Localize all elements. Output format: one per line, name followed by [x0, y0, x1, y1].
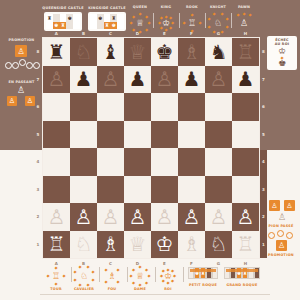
top-move-diagram-rook: ♖◆◆◆◆ROOK — [180, 11, 204, 35]
en-passant-square-left: ♙ — [7, 96, 17, 106]
top-diagram-label: PAWN — [226, 5, 262, 9]
file-label-bottom-g: G — [215, 260, 223, 266]
promotion-piece-choice-icon — [5, 62, 12, 69]
black-bishop: ♝ — [102, 42, 120, 62]
white-rook-ghost: ♖ — [237, 234, 255, 254]
move-arrow-icon: ◆ — [220, 30, 224, 34]
square-e6[interactable] — [151, 93, 178, 121]
move-arrow-icon: ◆ — [159, 26, 163, 30]
move-arrow-icon: ◆ — [160, 274, 164, 278]
move-arrow-icon: ◆ — [116, 268, 120, 272]
move-arrow-icon: ◆ — [54, 266, 58, 270]
white-pawn: ♙ — [129, 207, 147, 227]
white-pawn-ghost: ♙ — [156, 207, 174, 227]
square-f8[interactable]: ♗ — [178, 38, 205, 66]
castle-diagram-label: PETIT ROQUE — [184, 283, 222, 287]
square-c4[interactable] — [97, 148, 124, 176]
move-arrow-icon: ◆ — [104, 280, 108, 284]
move-arrow-icon: ◆ — [116, 280, 120, 284]
castle-move-band — [190, 269, 216, 272]
top-move-diagram-queen: ♕◆◆◆◆◆◆◆◆QUEEN — [128, 11, 152, 35]
square-g6[interactable] — [205, 93, 232, 121]
promotion-pawn-icon: ♙ — [15, 45, 27, 57]
bottom-move-diagram-roi: ♔◆◆◆◆◆◆◆◆ROI — [156, 264, 180, 288]
square-e3[interactable] — [151, 176, 178, 204]
square-f3[interactable] — [178, 176, 205, 204]
move-arrow-icon: ◆ — [132, 281, 136, 285]
white-pawn-ghost: ♙ — [48, 207, 66, 227]
castle-mini-square — [90, 14, 97, 22]
promotion-piece-choice-icon — [33, 62, 40, 69]
black-pawn-ghost: ♙ — [102, 69, 120, 89]
passed-pawn-square-2: ♙ — [284, 200, 295, 211]
white-pawn: ♙ — [75, 207, 93, 227]
file-label-bottom-h: H — [242, 260, 250, 266]
move-arrow-icon: ◆ — [138, 30, 142, 34]
square-b1[interactable]: ♘ — [70, 231, 97, 259]
castle-card-queenside: ♜♚♚♜ — [44, 12, 82, 31]
en-passant-square-right: ♙ — [25, 96, 35, 106]
square-f4[interactable] — [178, 148, 205, 176]
move-arrow-icon: ◆ — [248, 13, 252, 17]
castle-mini-square: ♚ — [66, 14, 73, 22]
castle-mini-square — [117, 22, 124, 30]
square-a5[interactable] — [43, 121, 70, 149]
castle-diagram-label: GRAND ROQUE — [220, 283, 264, 287]
black-king-icon: ♚ — [267, 58, 297, 68]
square-c5[interactable] — [97, 121, 124, 149]
square-c3[interactable] — [97, 176, 124, 204]
castle-mini-square — [97, 22, 104, 30]
move-arrow-icon: ◆ — [91, 278, 95, 282]
square-a2[interactable]: ♙ — [43, 203, 70, 231]
rank-label-right-1: 1 — [260, 241, 268, 247]
castle-diagram-petit-roque: ♚♜ — [188, 267, 218, 279]
chess-teacher-mat: ♜♘♝♕♚♗♞♖♙♟♙♟♙♟♙♟♙♙♙♙♙♙♙♙♖♘♗♕♔♗♘♖ AABBCCD… — [0, 0, 300, 300]
move-arrow-icon: ◆ — [91, 270, 95, 274]
top-move-diagram-pawn: ♙◆◆◆PAWN — [232, 11, 256, 35]
en-passant-pawn-icon: ♙ — [16, 85, 26, 95]
move-arrow-icon: ◆ — [225, 17, 229, 21]
move-arrow-icon: ◆ — [78, 265, 82, 269]
castle-mini-square — [46, 22, 53, 30]
top-move-diagram-knight: ♘◆◆◆◆◆◆◆◆KNIGHT — [206, 11, 230, 35]
bottom-move-diagram-cavalier: ♘◆◆◆◆◆◆◆◆CAVALIER — [72, 264, 96, 288]
square-f7[interactable]: ♟ — [178, 66, 205, 94]
square-e8[interactable]: ♚ — [151, 38, 178, 66]
move-arrow-icon: ◆ — [145, 28, 149, 32]
white-pawn-ghost: ♙ — [102, 207, 120, 227]
square-d1[interactable]: ♕ — [124, 231, 151, 259]
square-b5[interactable] — [70, 121, 97, 149]
file-label-top-b: B — [80, 30, 88, 36]
move-arrow-icon: ◆ — [236, 13, 240, 17]
file-label-bottom-f: F — [188, 260, 196, 266]
bottom-move-diagram-fou: ♗◆◆◆◆FOU — [100, 264, 124, 288]
move-arrow-icon: ◆ — [161, 269, 165, 273]
square-f2[interactable]: ♙ — [178, 203, 205, 231]
square-f5[interactable] — [178, 121, 205, 149]
knight-piece-icon: ♘ — [206, 11, 230, 35]
move-arrow-icon: ◆ — [104, 268, 108, 272]
rank-label-right-2: 2 — [260, 214, 268, 220]
promotion-choice-2 — [277, 230, 284, 237]
white-pawn-ghost: ♙ — [210, 207, 228, 227]
square-b8[interactable]: ♘ — [70, 38, 97, 66]
move-arrow-icon: ◆ — [46, 274, 50, 278]
move-arrow-icon: ◆ — [164, 15, 168, 19]
white-queen-ghost: ♕ — [129, 234, 147, 254]
square-g8[interactable]: ♞ — [205, 38, 232, 66]
move-arrow-icon: ◆ — [207, 25, 211, 29]
rank-label-left-4: 4 — [34, 159, 42, 165]
move-arrow-icon: ◆ — [166, 268, 170, 272]
white-knight: ♘ — [210, 234, 228, 254]
black-bishop-ghost: ♗ — [183, 42, 201, 62]
square-d5[interactable] — [124, 121, 151, 149]
white-king: ♔ — [156, 234, 174, 254]
passed-pawn-square-1: ♙ — [269, 200, 280, 211]
move-arrow-icon: ◆ — [147, 21, 151, 25]
move-arrow-icon: ◆ — [220, 12, 224, 16]
white-rook: ♖ — [48, 234, 66, 254]
square-b3[interactable] — [70, 176, 97, 204]
rank-label-left-8: 8 — [34, 49, 42, 55]
move-arrow-icon: ◆ — [138, 265, 142, 269]
en-passant-label-left: EN PASSANT — [1, 80, 42, 84]
square-h4[interactable] — [232, 148, 259, 176]
move-arrow-icon: ◆ — [138, 12, 142, 16]
square-e4[interactable] — [151, 148, 178, 176]
square-e2[interactable]: ♙ — [151, 203, 178, 231]
black-rook-ghost: ♖ — [237, 42, 255, 62]
square-b6[interactable] — [70, 93, 97, 121]
mat-fold-line — [40, 294, 270, 295]
move-arrow-icon: ◆ — [132, 15, 136, 19]
castle-mini-square: ♜ — [46, 14, 53, 22]
black-pawn-ghost: ♙ — [210, 69, 228, 89]
square-b7[interactable]: ♟ — [70, 66, 97, 94]
square-d4[interactable] — [124, 148, 151, 176]
castle-mini-square — [104, 14, 111, 22]
move-arrow-icon: ◆ — [129, 21, 133, 25]
move-arrow-icon: ◆ — [158, 21, 162, 25]
square-b2[interactable]: ♙ — [70, 203, 97, 231]
move-arrow-icon: ◆ — [190, 29, 194, 33]
rank-label-right-4: 4 — [260, 159, 268, 165]
castle-mini-square — [60, 14, 67, 22]
castle-move-band — [226, 269, 258, 272]
square-e7[interactable]: ♙ — [151, 66, 178, 94]
rank-label-left-2: 2 — [34, 214, 42, 220]
promotion-label-left: PROMOTION — [1, 38, 42, 42]
divider — [183, 267, 184, 282]
square-g2[interactable]: ♙ — [205, 203, 232, 231]
move-arrow-icon: ◆ — [164, 28, 168, 32]
castle-card-kingside: ♚♜♜♚ — [88, 12, 126, 31]
move-arrow-icon: ◆ — [212, 12, 216, 16]
bottom-move-diagram-dame: ♕◆◆◆◆◆◆◆◆DAME — [128, 264, 152, 288]
castle-mini-square: ♚ — [110, 22, 117, 30]
square-h5[interactable] — [232, 121, 259, 149]
move-arrow-icon: ◆ — [166, 281, 170, 285]
move-arrow-icon: ◆ — [147, 274, 151, 278]
white-bishop: ♗ — [102, 234, 120, 254]
move-arrow-icon: ◆ — [73, 278, 77, 282]
move-arrow-icon: ◆ — [212, 30, 216, 34]
check-card: ÉCHEC AU ROI ♔ ◆ ♚ — [267, 36, 297, 70]
promotion-square-icon: ♙ — [276, 240, 287, 251]
move-arrow-icon: ◆ — [145, 268, 149, 272]
square-b4[interactable] — [70, 148, 97, 176]
castle-mini-square — [117, 14, 124, 22]
move-arrow-icon: ◆ — [242, 12, 246, 16]
square-g1[interactable]: ♘ — [205, 231, 232, 259]
square-h2[interactable]: ♙ — [232, 203, 259, 231]
square-d6[interactable] — [124, 93, 151, 121]
square-a4[interactable] — [43, 148, 70, 176]
black-king: ♚ — [156, 42, 174, 62]
move-arrow-icon: ◆ — [73, 270, 77, 274]
castle-mini-square: ♜ — [110, 14, 117, 22]
square-e1[interactable]: ♔ — [151, 231, 178, 259]
castle-diagram-grand-roque: ♚♜ — [224, 267, 260, 279]
bottom-diagram-label: ROI — [150, 287, 186, 291]
square-f1[interactable]: ♗ — [178, 231, 205, 259]
castle-mini-square — [53, 14, 60, 22]
square-g4[interactable] — [205, 148, 232, 176]
move-arrow-icon: ◆ — [190, 13, 194, 17]
castle-mini-square — [73, 14, 80, 22]
rank-label-right-6: 6 — [260, 104, 268, 110]
square-h1[interactable]: ♖ — [232, 231, 259, 259]
square-g7[interactable]: ♙ — [205, 66, 232, 94]
move-arrow-icon: ◆ — [169, 26, 173, 30]
square-h6[interactable] — [232, 93, 259, 121]
white-bishop-ghost: ♗ — [183, 234, 201, 254]
castle-mini-square — [90, 22, 97, 30]
white-pawn: ♙ — [237, 207, 255, 227]
square-d3[interactable] — [124, 176, 151, 204]
chess-board: ♜♘♝♕♚♗♞♖♙♟♙♟♙♟♙♟♙♙♙♙♙♙♙♙♖♘♗♕♔♗♘♖ — [43, 38, 259, 258]
promotion-piece-choice-icon — [19, 59, 26, 66]
square-c2[interactable]: ♙ — [97, 203, 124, 231]
move-arrow-icon: ◆ — [182, 21, 186, 25]
passed-pawn-icon: ♙ — [272, 212, 292, 222]
move-arrow-icon: ◆ — [145, 15, 149, 19]
move-arrow-icon: ◆ — [132, 268, 136, 272]
square-g3[interactable] — [205, 176, 232, 204]
square-h7[interactable]: ♟ — [232, 66, 259, 94]
cavalier-piece-icon: ♘ — [72, 264, 96, 288]
black-rook: ♜ — [48, 42, 66, 62]
black-knight: ♞ — [210, 42, 228, 62]
square-h3[interactable] — [232, 176, 259, 204]
castle-mini-square: ♜ — [60, 22, 67, 30]
move-arrow-icon: ◆ — [145, 281, 149, 285]
square-f6[interactable] — [178, 93, 205, 121]
castle-mini-square: ♚ — [53, 22, 60, 30]
move-arrow-icon: ◆ — [54, 282, 58, 286]
move-arrow-icon: ◆ — [225, 25, 229, 29]
move-arrow-icon: ◆ — [171, 279, 175, 283]
bottom-move-diagram-tour: ♖◆◆◆◆TOUR — [44, 264, 68, 288]
white-knight-ghost: ♘ — [75, 234, 93, 254]
move-arrow-icon: ◆ — [129, 274, 133, 278]
rank-label-left-3: 3 — [34, 186, 42, 192]
black-pawn: ♟ — [129, 69, 147, 89]
promotion-choice-1 — [268, 232, 275, 239]
move-arrow-icon: ◆ — [161, 279, 165, 283]
castle-mini-square: ♜ — [104, 22, 111, 30]
rank-label-left-6: 6 — [34, 104, 42, 110]
square-c6[interactable] — [97, 93, 124, 121]
promotion-piece-choice-icon — [12, 62, 19, 69]
castle-mini-square — [66, 22, 73, 30]
square-a6[interactable] — [43, 93, 70, 121]
passed-pawn-label: PION PASSÉ — [262, 224, 300, 228]
move-arrow-icon: ◆ — [207, 17, 211, 21]
rank-label-right-3: 3 — [260, 186, 268, 192]
square-a1[interactable]: ♖ — [43, 231, 70, 259]
black-pawn-ghost: ♙ — [156, 69, 174, 89]
square-d2[interactable]: ♙ — [124, 203, 151, 231]
move-arrow-icon: ◆ — [86, 265, 90, 269]
rank-label-left-1: 1 — [34, 241, 42, 247]
castle-mini-square: ♚ — [97, 14, 104, 22]
castle-mini-square — [73, 22, 80, 30]
top-move-diagram-king: ♔◆◆◆◆◆◆◆◆KING — [154, 11, 178, 35]
black-pawn: ♟ — [75, 69, 93, 89]
move-arrow-icon: ◆ — [159, 16, 163, 20]
promotion-choice-3 — [286, 232, 293, 239]
promotion-label-right: PROMOTION — [262, 253, 300, 257]
move-arrow-icon: ◆ — [198, 21, 202, 25]
move-arrow-icon: ◆ — [132, 28, 136, 32]
square-a7[interactable]: ♙ — [43, 66, 70, 94]
square-c7[interactable]: ♙ — [97, 66, 124, 94]
square-d8[interactable]: ♕ — [124, 38, 151, 66]
black-knight-ghost: ♘ — [75, 42, 93, 62]
square-a3[interactable] — [43, 176, 70, 204]
move-arrow-icon: ◆ — [62, 274, 66, 278]
promotion-piece-choice-icon — [26, 62, 33, 69]
square-c8[interactable]: ♝ — [97, 38, 124, 66]
black-pawn: ♟ — [237, 69, 255, 89]
white-pawn: ♙ — [183, 207, 201, 227]
square-e5[interactable] — [151, 121, 178, 149]
square-h8[interactable]: ♖ — [232, 38, 259, 66]
black-pawn-ghost: ♙ — [48, 69, 66, 89]
black-pawn: ♟ — [183, 69, 201, 89]
castle-card-label: QUEENSIDE CASTLE — [42, 6, 84, 10]
rank-label-left-5: 5 — [34, 131, 42, 137]
rank-label-right-7: 7 — [260, 76, 268, 82]
square-a8[interactable]: ♜ — [43, 38, 70, 66]
square-d7[interactable]: ♟ — [124, 66, 151, 94]
square-c1[interactable]: ♗ — [97, 231, 124, 259]
square-g5[interactable] — [205, 121, 232, 149]
rank-label-right-5: 5 — [260, 131, 268, 137]
black-queen-ghost: ♕ — [129, 42, 147, 62]
